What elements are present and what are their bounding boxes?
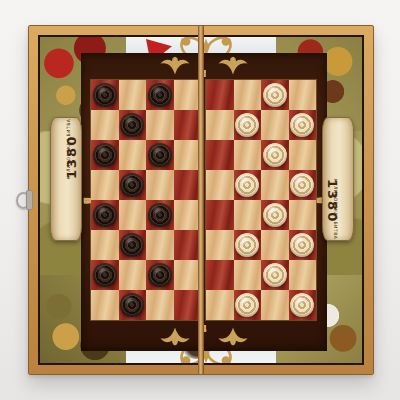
board-square[interactable] bbox=[289, 140, 317, 170]
board-square[interactable] bbox=[174, 80, 202, 110]
dark-checker-piece[interactable] bbox=[148, 143, 172, 167]
board-square[interactable] bbox=[91, 200, 119, 230]
board-square[interactable] bbox=[119, 170, 147, 200]
board-square[interactable] bbox=[289, 200, 317, 230]
board-square[interactable] bbox=[174, 170, 202, 200]
light-checker-piece[interactable] bbox=[235, 293, 259, 317]
board-square[interactable] bbox=[261, 80, 289, 110]
board-square[interactable] bbox=[174, 290, 202, 320]
board-square[interactable] bbox=[174, 110, 202, 140]
light-checker-piece[interactable] bbox=[290, 293, 314, 317]
board-square[interactable] bbox=[261, 230, 289, 260]
board-square[interactable] bbox=[119, 80, 147, 110]
board-square[interactable] bbox=[91, 110, 119, 140]
light-checker-piece[interactable] bbox=[290, 233, 314, 257]
board-square[interactable] bbox=[91, 290, 119, 320]
board-square[interactable] bbox=[174, 260, 202, 290]
checkerboard-left-half bbox=[91, 80, 201, 320]
board-square[interactable] bbox=[234, 110, 262, 140]
board-square[interactable] bbox=[234, 260, 262, 290]
board-square[interactable] bbox=[206, 110, 234, 140]
board-square[interactable] bbox=[91, 170, 119, 200]
dark-checker-piece[interactable] bbox=[120, 233, 144, 257]
board-square[interactable] bbox=[206, 170, 234, 200]
board-square[interactable] bbox=[289, 290, 317, 320]
background-wall: 87654321 87654321 HGFEDCBA HGFEDCBA 1380… bbox=[0, 0, 400, 400]
board-square[interactable] bbox=[261, 260, 289, 290]
folding-game-board: 87654321 87654321 HGFEDCBA HGFEDCBA 1380… bbox=[28, 25, 374, 375]
board-square[interactable] bbox=[119, 260, 147, 290]
board-square[interactable] bbox=[234, 80, 262, 110]
light-checker-piece[interactable] bbox=[235, 233, 259, 257]
board-square[interactable] bbox=[119, 110, 147, 140]
board-square[interactable] bbox=[91, 230, 119, 260]
light-checker-piece[interactable] bbox=[263, 143, 287, 167]
board-square[interactable] bbox=[234, 200, 262, 230]
year-scroll-right: 1380 КУЛИКОВСКАЯ БИТВА bbox=[322, 117, 354, 241]
board-square[interactable] bbox=[146, 290, 174, 320]
dark-checker-piece[interactable] bbox=[148, 83, 172, 107]
board-square[interactable] bbox=[234, 140, 262, 170]
board-square[interactable] bbox=[289, 170, 317, 200]
board-square[interactable] bbox=[174, 200, 202, 230]
board-square[interactable] bbox=[206, 290, 234, 320]
dark-checker-piece[interactable] bbox=[148, 203, 172, 227]
light-checker-piece[interactable] bbox=[235, 173, 259, 197]
dark-checker-piece[interactable] bbox=[120, 113, 144, 137]
board-square[interactable] bbox=[206, 260, 234, 290]
board-square[interactable] bbox=[174, 140, 202, 170]
board-square[interactable] bbox=[289, 80, 317, 110]
board-square[interactable] bbox=[261, 170, 289, 200]
board-square[interactable] bbox=[119, 140, 147, 170]
board-square[interactable] bbox=[146, 200, 174, 230]
light-checker-piece[interactable] bbox=[290, 173, 314, 197]
board-square[interactable] bbox=[119, 230, 147, 260]
board-square[interactable] bbox=[91, 80, 119, 110]
board-square[interactable] bbox=[91, 260, 119, 290]
latch-plate bbox=[26, 190, 33, 210]
board-square[interactable] bbox=[174, 230, 202, 260]
board-square[interactable] bbox=[206, 140, 234, 170]
board-square[interactable] bbox=[261, 200, 289, 230]
board-square[interactable] bbox=[206, 200, 234, 230]
board-square[interactable] bbox=[146, 110, 174, 140]
board-square[interactable] bbox=[289, 230, 317, 260]
dark-checker-piece[interactable] bbox=[93, 203, 117, 227]
board-square[interactable] bbox=[119, 290, 147, 320]
board-square[interactable] bbox=[261, 140, 289, 170]
board-square[interactable] bbox=[261, 110, 289, 140]
light-checker-piece[interactable] bbox=[263, 203, 287, 227]
dark-checker-piece[interactable] bbox=[120, 293, 144, 317]
light-checker-piece[interactable] bbox=[290, 113, 314, 137]
board-square[interactable] bbox=[146, 230, 174, 260]
board-square[interactable] bbox=[206, 80, 234, 110]
board-square[interactable] bbox=[146, 260, 174, 290]
checkerboard-right-half bbox=[206, 80, 316, 320]
board-square[interactable] bbox=[146, 140, 174, 170]
board-square[interactable] bbox=[119, 200, 147, 230]
light-checker-piece[interactable] bbox=[235, 113, 259, 137]
board-square[interactable] bbox=[146, 170, 174, 200]
dark-checker-piece[interactable] bbox=[93, 83, 117, 107]
year-scroll-left: 1380 КУЛИКОВСКАЯ БИТВА bbox=[50, 117, 82, 241]
dark-checker-piece[interactable] bbox=[93, 143, 117, 167]
board-square[interactable] bbox=[289, 110, 317, 140]
board-square[interactable] bbox=[91, 140, 119, 170]
dark-checker-piece[interactable] bbox=[148, 263, 172, 287]
board-square[interactable] bbox=[234, 230, 262, 260]
scroll-caption-text: КУЛИКОВСКАЯ БИТВА bbox=[66, 119, 72, 179]
light-checker-piece[interactable] bbox=[263, 83, 287, 107]
board-fold-seam bbox=[198, 26, 204, 374]
light-checker-piece[interactable] bbox=[263, 263, 287, 287]
board-square[interactable] bbox=[234, 290, 262, 320]
scroll-caption-text: КУЛИКОВСКАЯ БИТВА bbox=[332, 179, 338, 239]
board-square[interactable] bbox=[261, 290, 289, 320]
board-square[interactable] bbox=[289, 260, 317, 290]
dark-checker-piece[interactable] bbox=[93, 263, 117, 287]
coordinate-label: A bbox=[82, 197, 91, 203]
board-square[interactable] bbox=[146, 80, 174, 110]
board-square[interactable] bbox=[234, 170, 262, 200]
dark-checker-piece[interactable] bbox=[120, 173, 144, 197]
board-square[interactable] bbox=[206, 230, 234, 260]
